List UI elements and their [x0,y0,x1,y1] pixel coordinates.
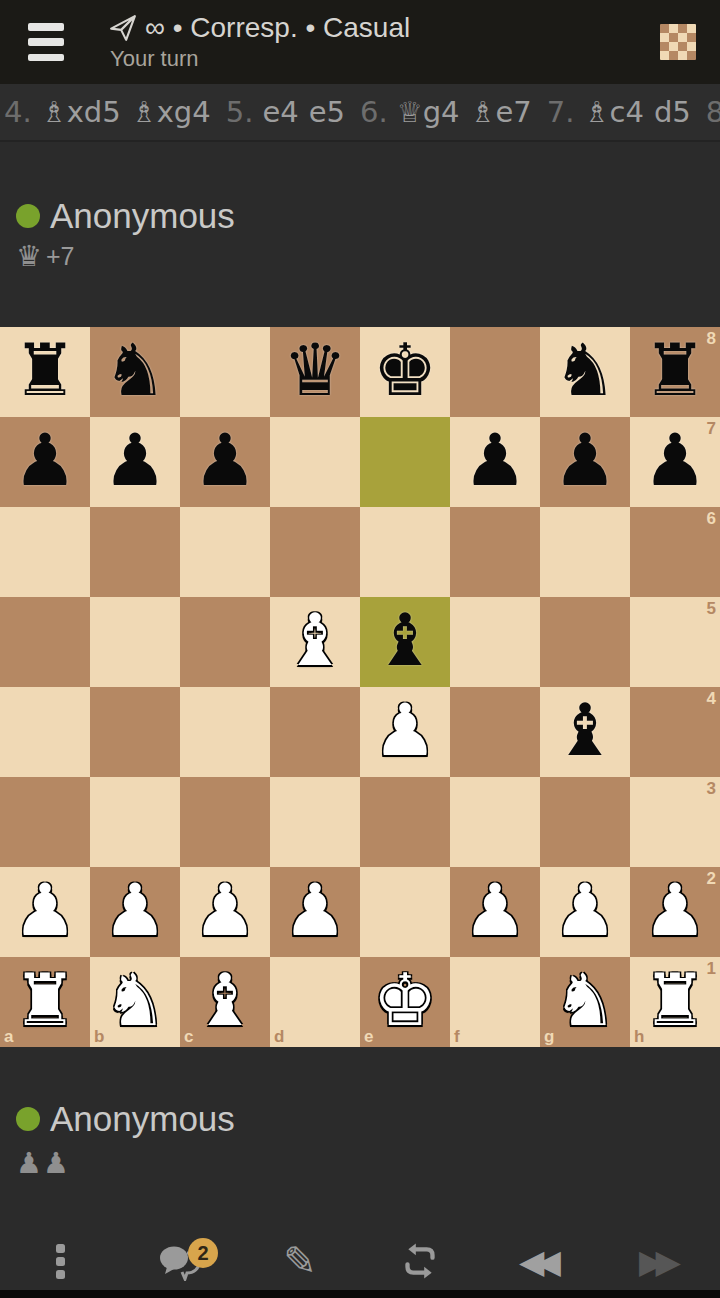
move[interactable]: ♕g4 [397,95,460,129]
move[interactable]: ♗xd5 [41,95,121,129]
player-name: Anonymous [50,1099,235,1139]
square-h4[interactable]: 4 [630,687,720,777]
square-a3[interactable] [0,777,90,867]
notes-button[interactable]: ✎ [240,1232,360,1290]
square-f6[interactable] [450,507,540,597]
square-f1[interactable]: f [450,957,540,1047]
white-pawn[interactable]: ♟ [463,874,528,946]
chat-unread-badge: 2 [188,1238,218,1268]
square-g7[interactable]: ♟ [540,417,630,507]
black-pawn[interactable]: ♟ [103,424,168,496]
correspondence-paper-plane-icon [108,13,138,43]
square-b8[interactable]: ♞ [90,327,180,417]
file-label: d [274,1028,284,1045]
move-list[interactable]: 4.♗xd5♗xg45.e4e56.♕g4♗e77.♗c4d58.♗xd5♗xg… [0,84,720,142]
square-f2[interactable]: ♟ [450,867,540,957]
file-label: f [454,1028,460,1045]
black-pawn[interactable]: ♟ [553,424,618,496]
square-b7[interactable]: ♟ [90,417,180,507]
square-e5[interactable]: ♝ [360,597,450,687]
backward-button[interactable]: ◀◀ [480,1232,600,1290]
square-b5[interactable] [90,597,180,687]
turn-status: Your turn [110,46,660,72]
square-b3[interactable] [90,777,180,867]
game-info: ∞ • Corresp. • Casual Your turn [108,13,660,72]
black-bishop[interactable]: ♝ [553,694,618,766]
square-h7[interactable]: ♟7 [630,417,720,507]
white-pawn[interactable]: ♟ [13,874,78,946]
player-top: Anonymous ♛ +7 [0,142,720,327]
square-e1[interactable]: ♚e [360,957,450,1047]
file-label: a [4,1028,13,1045]
square-g4[interactable]: ♝ [540,687,630,777]
cycle-arrows-icon [400,1241,440,1281]
move-number: 7. [547,95,575,129]
square-c3[interactable] [180,777,270,867]
square-e8[interactable]: ♚ [360,327,450,417]
square-h6[interactable]: 6 [630,507,720,597]
file-label: e [364,1028,373,1045]
white-rook[interactable]: ♜ [13,964,78,1036]
white-pawn[interactable]: ♟ [373,694,438,766]
square-h3[interactable]: 3 [630,777,720,867]
file-label: h [634,1028,644,1045]
square-e4[interactable]: ♟ [360,687,450,777]
move[interactable]: e4 [262,95,298,129]
material-advantage: +7 [46,242,75,271]
captured-pawns-icon: ♟♟ [16,1147,70,1179]
black-pawn[interactable]: ♟ [643,424,708,496]
board-thumbnail-icon[interactable] [660,24,696,60]
game-title: ∞ • Corresp. • Casual [145,13,410,43]
rank-label: 1 [707,960,716,977]
move[interactable]: ♗xg4 [131,95,211,129]
black-rook[interactable]: ♜ [13,334,78,406]
square-g6[interactable] [540,507,630,597]
square-d1[interactable]: d [270,957,360,1047]
square-f4[interactable] [450,687,540,777]
rank-label: 5 [707,600,716,617]
system-nav-strip [0,1290,720,1298]
white-rook[interactable]: ♜ [643,964,708,1036]
square-b6[interactable] [90,507,180,597]
kebab-menu-icon [56,1244,65,1279]
square-a5[interactable] [0,597,90,687]
forward-button[interactable]: ▶▶ [600,1232,720,1290]
square-e6[interactable] [360,507,450,597]
white-knight[interactable]: ♞ [103,964,168,1036]
black-pawn[interactable]: ♟ [193,424,258,496]
rank-label: 6 [707,510,716,527]
square-f8[interactable] [450,327,540,417]
square-g3[interactable] [540,777,630,867]
move-number: 4. [4,95,32,129]
square-d2[interactable]: ♟ [270,867,360,957]
move[interactable]: e5 [309,95,345,129]
black-queen[interactable]: ♛ [283,334,348,406]
captured-queen-icon: ♛ [16,240,43,272]
square-h1[interactable]: ♜1h [630,957,720,1047]
chat-button[interactable]: 2 [120,1232,240,1290]
black-king[interactable]: ♚ [373,334,438,406]
move[interactable]: d5 [654,95,691,129]
rank-label: 3 [707,780,716,797]
white-pawn[interactable]: ♟ [103,874,168,946]
square-f5[interactable] [450,597,540,687]
square-d7[interactable] [270,417,360,507]
bottom-toolbar: 2 ✎ ◀◀ ▶▶ [0,1232,720,1290]
square-g5[interactable] [540,597,630,687]
move-number: 6. [360,95,388,129]
square-b4[interactable] [90,687,180,777]
white-bishop[interactable]: ♝ [193,964,258,1036]
move-number: 8. [706,95,720,129]
square-a2[interactable]: ♟ [0,867,90,957]
square-f3[interactable] [450,777,540,867]
player-bottom: Anonymous ♟♟ [0,1047,720,1232]
move[interactable]: ♗c4 [584,95,644,129]
square-c2[interactable]: ♟ [180,867,270,957]
fast-backward-icon: ◀◀ [519,1245,561,1278]
file-label: c [184,1028,193,1045]
rank-label: 7 [707,420,716,437]
square-c8[interactable] [180,327,270,417]
white-king[interactable]: ♚ [373,964,438,1036]
black-pawn[interactable]: ♟ [463,424,528,496]
square-c1[interactable]: ♝c [180,957,270,1047]
square-d6[interactable] [270,507,360,597]
rank-label: 2 [707,870,716,887]
black-pawn[interactable]: ♟ [13,424,78,496]
square-b1[interactable]: ♞b [90,957,180,1047]
square-g2[interactable]: ♟ [540,867,630,957]
white-pawn[interactable]: ♟ [283,874,348,946]
square-c4[interactable] [180,687,270,777]
game-screen: ∞ • Corresp. • Casual Your turn 4.♗xd5♗x… [0,0,720,1298]
square-e3[interactable] [360,777,450,867]
more-options-button[interactable] [0,1232,120,1290]
square-a7[interactable]: ♟ [0,417,90,507]
square-c5[interactable] [180,597,270,687]
square-d5[interactable]: ♝ [270,597,360,687]
black-bishop[interactable]: ♝ [373,604,438,676]
white-pawn[interactable]: ♟ [553,874,618,946]
square-h8[interactable]: ♜8 [630,327,720,417]
online-indicator [16,204,40,228]
flip-board-button[interactable] [360,1232,480,1290]
square-c7[interactable]: ♟ [180,417,270,507]
chess-board[interactable]: ♜♞♛♚♞♜8♟♟♟♟♟♟76♝♝5♟♝43♟♟♟♟♟♟♟2♜a♞b♝cd♚ef… [0,327,720,1047]
square-a1[interactable]: ♜a [0,957,90,1047]
white-pawn[interactable]: ♟ [643,874,708,946]
square-e2[interactable] [360,867,450,957]
square-g1[interactable]: ♞g [540,957,630,1047]
square-d4[interactable] [270,687,360,777]
white-knight[interactable]: ♞ [553,964,618,1036]
file-label: g [544,1028,554,1045]
move-number: 5. [226,95,254,129]
square-h2[interactable]: ♟2 [630,867,720,957]
square-a6[interactable] [0,507,90,597]
fast-forward-icon: ▶▶ [639,1245,681,1278]
file-label: b [94,1028,104,1045]
online-indicator [16,1107,40,1131]
white-pawn[interactable]: ♟ [193,874,258,946]
square-a4[interactable] [0,687,90,777]
captured-pieces-top: ♛ +7 [16,240,75,272]
black-rook[interactable]: ♜ [643,334,708,406]
menu-icon[interactable] [28,23,64,61]
rank-label: 8 [707,330,716,347]
rank-label: 4 [707,690,716,707]
move[interactable]: ♗e7 [470,95,532,129]
white-bishop[interactable]: ♝ [283,604,348,676]
square-d8[interactable]: ♛ [270,327,360,417]
player-name: Anonymous [50,196,235,236]
black-knight[interactable]: ♞ [553,334,618,406]
square-f7[interactable]: ♟ [450,417,540,507]
captured-pieces-bottom: ♟♟ [16,1147,70,1179]
pencil-icon: ✎ [283,1241,317,1281]
top-bar: ∞ • Corresp. • Casual Your turn [0,0,720,84]
square-h5[interactable]: 5 [630,597,720,687]
square-g8[interactable]: ♞ [540,327,630,417]
square-a8[interactable]: ♜ [0,327,90,417]
square-d3[interactable] [270,777,360,867]
square-b2[interactable]: ♟ [90,867,180,957]
square-e7[interactable] [360,417,450,507]
square-c6[interactable] [180,507,270,597]
black-knight[interactable]: ♞ [103,334,168,406]
